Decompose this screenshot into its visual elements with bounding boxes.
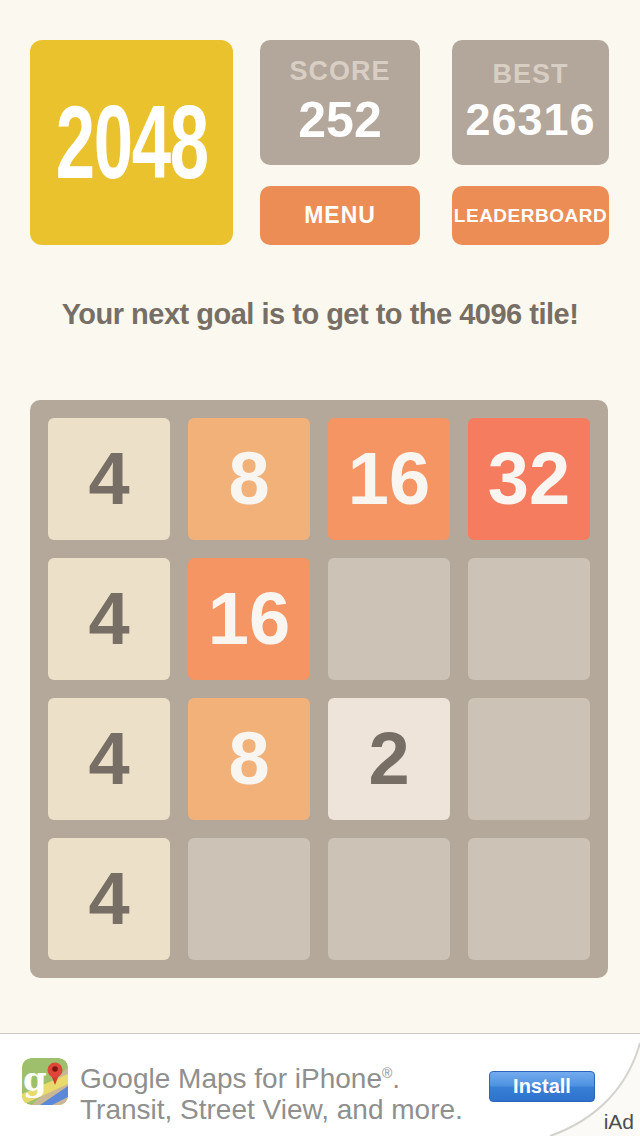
- tile-8: 8: [188, 698, 310, 820]
- ad-headline-period: .: [392, 1063, 400, 1094]
- ad-subline: Transit, Street View, and more.: [80, 1094, 463, 1125]
- tile-2: 2: [328, 698, 450, 820]
- game-board[interactable]: 4816324164824: [30, 400, 608, 978]
- empty-cell: [468, 558, 590, 680]
- leaderboard-button[interactable]: LEADERBOARD: [452, 186, 609, 245]
- empty-cell: [188, 838, 310, 960]
- ad-banner[interactable]: g Google Maps for iPhone®. Transit, Stre…: [0, 1033, 640, 1136]
- empty-cell: [468, 698, 590, 820]
- registered-mark: ®: [382, 1065, 392, 1081]
- tile-16: 16: [188, 558, 310, 680]
- score-value: 252: [298, 91, 381, 149]
- tile-4: 4: [48, 558, 170, 680]
- tile-4: 4: [48, 838, 170, 960]
- logo-tile: 2048: [30, 40, 233, 245]
- best-value: 26316: [465, 94, 595, 146]
- tile-4: 4: [48, 698, 170, 820]
- goal-text: Your next goal is to get to the 4096 til…: [0, 298, 640, 331]
- best-label: BEST: [492, 59, 568, 90]
- empty-cell: [468, 838, 590, 960]
- tile-8: 8: [188, 418, 310, 540]
- score-box: SCORE 252: [260, 40, 420, 165]
- empty-cell: [328, 838, 450, 960]
- best-box: BEST 26316: [452, 40, 609, 165]
- svg-text:g: g: [23, 1059, 47, 1099]
- google-maps-icon: g: [22, 1058, 68, 1105]
- logo-text: 2048: [56, 83, 208, 202]
- game-screen: 2048 SCORE 252 BEST 26316 MENU LEADERBOA…: [0, 0, 640, 1136]
- ad-text: Google Maps for iPhone®. Transit, Street…: [80, 1058, 463, 1125]
- ad-headline: Google Maps for iPhone®.: [80, 1058, 463, 1094]
- tile-32: 32: [468, 418, 590, 540]
- tile-4: 4: [48, 418, 170, 540]
- score-label: SCORE: [289, 56, 390, 87]
- menu-button[interactable]: MENU: [260, 186, 420, 245]
- ad-headline-text: Google Maps for iPhone: [80, 1063, 382, 1094]
- empty-cell: [328, 558, 450, 680]
- iad-label[interactable]: iAd: [604, 1110, 634, 1134]
- tile-16: 16: [328, 418, 450, 540]
